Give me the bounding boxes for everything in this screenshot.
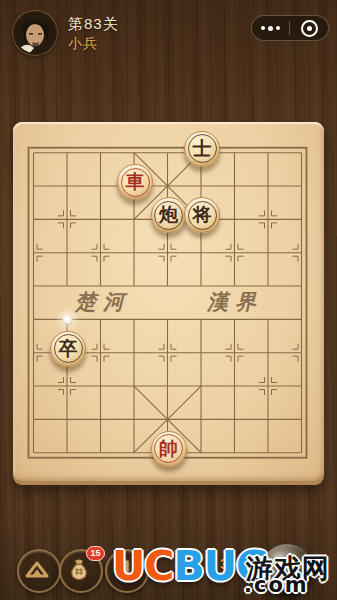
piece-red-帥[interactable]: 帥: [151, 431, 187, 467]
board-grid: [13, 122, 324, 481]
avatar-face-icon: [15, 13, 55, 53]
hint-bag-button[interactable]: 15: [59, 549, 103, 593]
wechat-capsule: [251, 15, 329, 41]
level-subtitle: 小兵: [68, 35, 98, 53]
last-move-marker: [63, 315, 72, 324]
piece-black-炮[interactable]: 炮: [151, 197, 187, 233]
xiangqi-puzzle-screen: 第83关 小兵 楚河 漢界 士車炮将卒帥 15: [0, 0, 337, 600]
sphere-button[interactable]: [261, 544, 313, 596]
scroll-button[interactable]: [105, 549, 149, 593]
river-label-left: 楚河: [75, 288, 131, 316]
hint-count-badge: 15: [86, 546, 105, 561]
piece-red-車[interactable]: 車: [117, 164, 153, 200]
close-minimize-button[interactable]: [290, 20, 328, 37]
more-dots-icon: [276, 26, 280, 30]
player-avatar[interactable]: [13, 11, 57, 55]
target-icon: [301, 20, 318, 37]
xiangqi-board[interactable]: 楚河 漢界 士車炮将卒帥: [13, 122, 324, 481]
piece-black-士[interactable]: 士: [184, 131, 220, 167]
more-dots-icon: [261, 26, 265, 30]
more-button[interactable]: [252, 16, 289, 40]
expand-button[interactable]: [17, 549, 61, 593]
scroll-icon: [107, 551, 143, 587]
level-label: 第83关: [68, 15, 119, 34]
river-label-right: 漢界: [207, 288, 263, 316]
more-dots-icon: [268, 26, 273, 31]
chevron-up-icon: [19, 551, 55, 587]
coin-count: 30: [220, 556, 236, 572]
piece-black-卒[interactable]: 卒: [50, 331, 86, 367]
